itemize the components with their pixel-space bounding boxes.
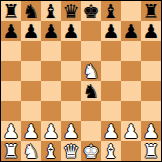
white-rook-icon: ♜	[142, 141, 159, 160]
square-d1[interactable]: ♛	[61, 141, 81, 161]
chess-board: ♜♞♝♛♚♝♜♟♟♟♟♟♟♟♞♞♟♟♟♟♟♟♟♜♞♝♛♚♝♜	[0, 0, 162, 162]
square-a6[interactable]	[1, 41, 21, 61]
white-pawn-icon: ♟	[142, 121, 159, 140]
square-e7[interactable]	[81, 21, 101, 41]
square-a2[interactable]: ♟	[1, 121, 21, 141]
white-queen-icon: ♛	[62, 141, 79, 160]
square-h8[interactable]: ♜	[141, 1, 161, 21]
square-a4[interactable]	[1, 81, 21, 101]
square-c6[interactable]	[41, 41, 61, 61]
square-d4[interactable]	[61, 81, 81, 101]
white-rook-icon: ♜	[2, 141, 19, 160]
square-a3[interactable]	[1, 101, 21, 121]
square-b8[interactable]: ♞	[21, 1, 41, 21]
white-pawn-icon: ♟	[22, 121, 39, 140]
square-e8[interactable]: ♚	[81, 1, 101, 21]
square-d7[interactable]: ♟	[61, 21, 81, 41]
black-pawn-icon: ♟	[102, 21, 119, 40]
black-king-icon: ♚	[82, 1, 99, 20]
black-bishop-icon: ♝	[42, 1, 59, 20]
square-b5[interactable]	[21, 61, 41, 81]
white-pawn-icon: ♟	[2, 121, 19, 140]
square-d5[interactable]	[61, 61, 81, 81]
black-pawn-icon: ♟	[2, 21, 19, 40]
square-c1[interactable]: ♝	[41, 141, 61, 161]
white-knight-icon: ♞	[22, 141, 39, 160]
square-f2[interactable]: ♟	[101, 121, 121, 141]
black-pawn-icon: ♟	[42, 21, 59, 40]
white-knight-icon: ♞	[82, 61, 99, 80]
square-b3[interactable]	[21, 101, 41, 121]
black-rook-icon: ♜	[2, 1, 19, 20]
square-c2[interactable]: ♟	[41, 121, 61, 141]
square-a1[interactable]: ♜	[1, 141, 21, 161]
square-h1[interactable]: ♜	[141, 141, 161, 161]
square-h6[interactable]	[141, 41, 161, 61]
square-g3[interactable]	[121, 101, 141, 121]
square-g1[interactable]	[121, 141, 141, 161]
square-g8[interactable]	[121, 1, 141, 21]
square-f8[interactable]: ♝	[101, 1, 121, 21]
square-h2[interactable]: ♟	[141, 121, 161, 141]
square-f4[interactable]	[101, 81, 121, 101]
black-queen-icon: ♛	[62, 1, 79, 20]
square-h4[interactable]	[141, 81, 161, 101]
square-a5[interactable]	[1, 61, 21, 81]
square-g4[interactable]	[121, 81, 141, 101]
square-f7[interactable]: ♟	[101, 21, 121, 41]
square-b4[interactable]	[21, 81, 41, 101]
square-e6[interactable]	[81, 41, 101, 61]
chess-board-container: ♜♞♝♛♚♝♜♟♟♟♟♟♟♟♞♞♟♟♟♟♟♟♟♜♞♝♛♚♝♜	[0, 0, 162, 162]
square-c7[interactable]: ♟	[41, 21, 61, 41]
square-c4[interactable]	[41, 81, 61, 101]
black-bishop-icon: ♝	[102, 1, 119, 20]
square-a7[interactable]: ♟	[1, 21, 21, 41]
white-bishop-icon: ♝	[102, 141, 119, 160]
white-pawn-icon: ♟	[42, 121, 59, 140]
square-d2[interactable]: ♟	[61, 121, 81, 141]
square-b1[interactable]: ♞	[21, 141, 41, 161]
square-e5[interactable]: ♞	[81, 61, 101, 81]
square-f6[interactable]	[101, 41, 121, 61]
white-bishop-icon: ♝	[42, 141, 59, 160]
square-b7[interactable]: ♟	[21, 21, 41, 41]
black-pawn-icon: ♟	[142, 21, 159, 40]
square-d3[interactable]	[61, 101, 81, 121]
white-pawn-icon: ♟	[62, 121, 79, 140]
square-d8[interactable]: ♛	[61, 1, 81, 21]
black-knight-icon: ♞	[82, 81, 99, 100]
square-g7[interactable]: ♟	[121, 21, 141, 41]
square-e1[interactable]: ♚	[81, 141, 101, 161]
square-c8[interactable]: ♝	[41, 1, 61, 21]
square-a8[interactable]: ♜	[1, 1, 21, 21]
square-f1[interactable]: ♝	[101, 141, 121, 161]
black-knight-icon: ♞	[22, 1, 39, 20]
black-rook-icon: ♜	[142, 1, 159, 20]
square-c5[interactable]	[41, 61, 61, 81]
square-f5[interactable]	[101, 61, 121, 81]
square-c3[interactable]	[41, 101, 61, 121]
square-d6[interactable]	[61, 41, 81, 61]
square-b2[interactable]: ♟	[21, 121, 41, 141]
black-pawn-icon: ♟	[62, 21, 79, 40]
white-pawn-icon: ♟	[122, 121, 139, 140]
white-king-icon: ♚	[82, 141, 99, 160]
square-e4[interactable]: ♞	[81, 81, 101, 101]
white-pawn-icon: ♟	[102, 121, 119, 140]
square-e3[interactable]	[81, 101, 101, 121]
square-h5[interactable]	[141, 61, 161, 81]
square-g6[interactable]	[121, 41, 141, 61]
black-pawn-icon: ♟	[122, 21, 139, 40]
square-g2[interactable]: ♟	[121, 121, 141, 141]
square-f3[interactable]	[101, 101, 121, 121]
black-pawn-icon: ♟	[22, 21, 39, 40]
square-h3[interactable]	[141, 101, 161, 121]
square-e2[interactable]	[81, 121, 101, 141]
square-h7[interactable]: ♟	[141, 21, 161, 41]
square-b6[interactable]	[21, 41, 41, 61]
square-g5[interactable]	[121, 61, 141, 81]
